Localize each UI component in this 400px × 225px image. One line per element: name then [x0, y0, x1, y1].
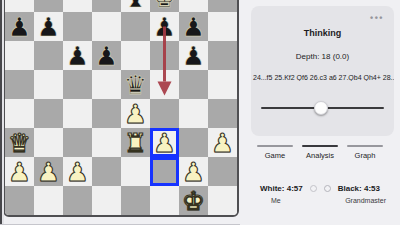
white-king-g1: ♚: [179, 186, 208, 215]
players-row: Me Grandmaster: [240, 197, 400, 204]
more-options-button[interactable]: •••: [370, 13, 384, 23]
square-d2[interactable]: [92, 157, 121, 186]
square-f5[interactable]: [150, 70, 179, 99]
square-c7[interactable]: [63, 12, 92, 41]
square-a5[interactable]: [5, 70, 34, 99]
square-b1[interactable]: [34, 186, 63, 215]
chess-board: ♝♚♟♟♟♟♟♟♟♛♟♛♜♟♟♟♟♟♟♚: [3, 0, 239, 217]
analysis-panel: ••• Thinking Depth: 18 (0.0) 24...f5 25.…: [240, 0, 400, 225]
tab-game-indicator: [257, 145, 293, 147]
engine-depth: Depth: 18 (0.0): [251, 52, 394, 61]
square-c2[interactable]: ♟: [63, 157, 92, 186]
black-pawn-g7: ♟: [179, 12, 208, 41]
square-c6[interactable]: ♟: [63, 41, 92, 70]
black-bishop-e8: ♝: [121, 0, 150, 12]
board-grid: ♝♚♟♟♟♟♟♟♟♛♟♛♜♟♟♟♟♟♟♚: [5, 0, 237, 215]
app-screen: ♝♚♟♟♟♟♟♟♟♛♟♛♜♟♟♟♟♟♟♚ ••• Thinking Depth:…: [0, 0, 400, 225]
square-e7[interactable]: [121, 12, 150, 41]
slider-thumb[interactable]: [314, 101, 328, 115]
square-g8[interactable]: [179, 0, 208, 12]
square-f7[interactable]: ♟: [150, 12, 179, 41]
square-h6[interactable]: [208, 41, 237, 70]
square-g7[interactable]: ♟: [179, 12, 208, 41]
black-pawn-a7: ♟: [5, 12, 34, 41]
square-e1[interactable]: [121, 186, 150, 215]
square-h1[interactable]: [208, 186, 237, 215]
square-e3[interactable]: ♜: [121, 128, 150, 157]
square-h4[interactable]: [208, 99, 237, 128]
square-b5[interactable]: [34, 70, 63, 99]
square-h3[interactable]: ♟: [208, 128, 237, 157]
square-h2[interactable]: [208, 157, 237, 186]
square-a3[interactable]: ♛: [5, 128, 34, 157]
tab-game[interactable]: Game: [257, 145, 293, 160]
square-e2[interactable]: [121, 157, 150, 186]
square-f2[interactable]: [150, 157, 179, 186]
square-g4[interactable]: [179, 99, 208, 128]
square-b2[interactable]: ♟: [34, 157, 63, 186]
square-a6[interactable]: [5, 41, 34, 70]
square-e4[interactable]: ♟: [121, 99, 150, 128]
white-pawn-g2: ♟: [179, 157, 208, 186]
analysis-slider[interactable]: [261, 101, 384, 115]
tab-analysis[interactable]: Analysis: [302, 145, 338, 160]
square-g5[interactable]: [179, 70, 208, 99]
thinking-card: ••• Thinking Depth: 18 (0.0) 24...f5 25.…: [251, 6, 394, 136]
square-e5[interactable]: ♛: [121, 70, 150, 99]
square-f8[interactable]: ♚: [150, 0, 179, 12]
white-pawn-h3: ♟: [208, 128, 237, 157]
square-d4[interactable]: [92, 99, 121, 128]
tab-graph-indicator: [347, 145, 383, 147]
black-pawn-g6: ♟: [179, 41, 208, 70]
tab-bar: Game Analysis Graph: [240, 145, 400, 160]
black-pawn-f7: ♟: [150, 12, 179, 41]
square-g2[interactable]: ♟: [179, 157, 208, 186]
square-d8[interactable]: [92, 0, 121, 12]
square-a1[interactable]: [5, 186, 34, 215]
black-clock: Black: 4:53: [338, 184, 380, 193]
engine-line: 24...f5 25.Kf2 Qf6 26.c3 a6 27.Qb4 Qh4+ …: [251, 74, 394, 81]
white-pawn-a2: ♟: [5, 157, 34, 186]
white-queen-a3: ♛: [5, 128, 34, 157]
black-pawn-d6: ♟: [92, 41, 121, 70]
square-e6[interactable]: [121, 41, 150, 70]
white-pawn-b2: ♟: [34, 157, 63, 186]
square-d7[interactable]: [92, 12, 121, 41]
white-pawn-e4: ♟: [121, 99, 150, 128]
square-a8[interactable]: [5, 0, 34, 12]
square-g3[interactable]: [179, 128, 208, 157]
square-a4[interactable]: [5, 99, 34, 128]
square-g1[interactable]: ♚: [179, 186, 208, 215]
black-pawn-b7: ♟: [34, 12, 63, 41]
square-c1[interactable]: [63, 186, 92, 215]
square-d1[interactable]: [92, 186, 121, 215]
square-d5[interactable]: [92, 70, 121, 99]
square-b6[interactable]: [34, 41, 63, 70]
square-h7[interactable]: [208, 12, 237, 41]
square-h8[interactable]: [208, 0, 237, 12]
white-pawn-f3: ♟: [150, 128, 179, 157]
white-clock-indicator-icon[interactable]: [310, 185, 317, 192]
square-b8[interactable]: [34, 0, 63, 12]
white-clock: White: 4:57: [260, 184, 303, 193]
thinking-title: Thinking: [251, 28, 394, 38]
square-b4[interactable]: [34, 99, 63, 128]
tab-game-label: Game: [257, 151, 293, 160]
square-c5[interactable]: [63, 70, 92, 99]
black-queen-e5: ♛: [121, 70, 150, 99]
black-king-f8: ♚: [150, 0, 179, 12]
white-rook-e3: ♜: [121, 128, 150, 157]
square-a2[interactable]: ♟: [5, 157, 34, 186]
square-c3[interactable]: [63, 128, 92, 157]
square-d6[interactable]: ♟: [92, 41, 121, 70]
tab-analysis-indicator: [302, 145, 338, 147]
clocks-row: White: 4:57 Black: 4:53: [240, 184, 400, 193]
black-clock-indicator-icon[interactable]: [324, 185, 331, 192]
square-c4[interactable]: [63, 99, 92, 128]
square-c8[interactable]: [63, 0, 92, 12]
square-f4[interactable]: [150, 99, 179, 128]
screen-edge-gap: [2, 0, 4, 225]
tab-graph[interactable]: Graph: [347, 145, 383, 160]
square-f1[interactable]: [150, 186, 179, 215]
square-f3[interactable]: ♟: [150, 128, 179, 157]
square-g6[interactable]: ♟: [179, 41, 208, 70]
tab-analysis-label: Analysis: [302, 151, 338, 160]
square-b7[interactable]: ♟: [34, 12, 63, 41]
square-e8[interactable]: ♝: [121, 0, 150, 12]
square-a7[interactable]: ♟: [5, 12, 34, 41]
square-d3[interactable]: [92, 128, 121, 157]
white-pawn-c2: ♟: [63, 157, 92, 186]
black-player-name: Grandmaster: [345, 197, 386, 204]
white-player-name: Me: [271, 197, 281, 204]
tab-graph-label: Graph: [347, 151, 383, 160]
square-h5[interactable]: [208, 70, 237, 99]
square-f6[interactable]: [150, 41, 179, 70]
black-pawn-c6: ♟: [63, 41, 92, 70]
square-b3[interactable]: [34, 128, 63, 157]
